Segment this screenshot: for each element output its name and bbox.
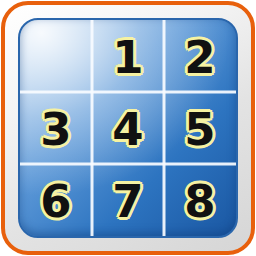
tile-label: 1 [112, 33, 143, 80]
tile-6[interactable]: 6 [20, 164, 92, 236]
tile-5[interactable]: 5 [164, 92, 236, 164]
tile-1[interactable]: 1 [92, 20, 164, 92]
tile-4[interactable]: 4 [92, 92, 164, 164]
tile-3[interactable]: 3 [20, 92, 92, 164]
tile-label: 5 [184, 105, 215, 152]
puzzle-board: 1 2 3 4 5 6 7 8 [18, 18, 238, 238]
tile-2[interactable]: 2 [164, 20, 236, 92]
tile-label: 6 [40, 177, 71, 224]
tile-label: 2 [184, 33, 215, 80]
empty-cell [20, 20, 92, 92]
tile-label: 7 [112, 177, 143, 224]
tile-label: 4 [112, 105, 143, 152]
tile-7[interactable]: 7 [92, 164, 164, 236]
tile-label: 3 [40, 105, 71, 152]
app-window: 1 2 3 4 5 6 7 8 [0, 0, 256, 256]
app-frame: 1 2 3 4 5 6 7 8 [1, 1, 255, 255]
puzzle-grid: 1 2 3 4 5 6 7 8 [20, 20, 236, 236]
tile-8[interactable]: 8 [164, 164, 236, 236]
tile-label: 8 [184, 177, 215, 224]
